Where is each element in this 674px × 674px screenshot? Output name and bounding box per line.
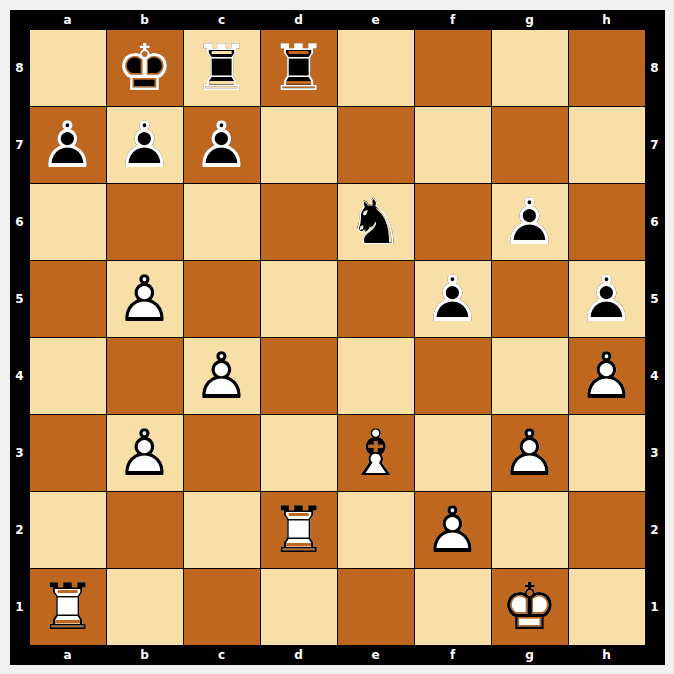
file-label-f: f [450, 648, 455, 662]
rank-labels-left: 87654321 [10, 30, 30, 645]
file-label-a: a [63, 13, 71, 27]
piece-outline-glyph: ♔ [501, 569, 558, 645]
file-label-g: g [525, 648, 534, 662]
square-c1[interactable] [184, 569, 260, 645]
square-f8[interactable] [415, 30, 491, 106]
white-bishop-piece[interactable]: ♝♗ [338, 415, 414, 491]
piece-outline-glyph: ♙ [116, 261, 173, 337]
square-a1[interactable]: ♜♖ [30, 569, 106, 645]
square-a2[interactable] [30, 492, 106, 568]
file-label-b: b [140, 13, 149, 27]
white-pawn-piece[interactable]: ♟♙ [569, 338, 645, 414]
piece-outline-glyph: ♙ [39, 107, 96, 183]
square-g4[interactable] [492, 338, 568, 414]
white-pawn-piece[interactable]: ♟♙ [415, 492, 491, 568]
page: abcdefgh 87654321 ♚♔♜♖♜♖♟♙♟♙♟♙♞♘♟♙♟♙♟♙♟♙… [0, 0, 674, 674]
black-pawn-piece[interactable]: ♟♙ [184, 107, 260, 183]
square-e2[interactable] [338, 492, 414, 568]
square-e7[interactable] [338, 107, 414, 183]
square-h6[interactable] [569, 184, 645, 260]
file-label-c: c [218, 13, 225, 27]
square-c7[interactable]: ♟♙ [184, 107, 260, 183]
square-e6[interactable]: ♞♘ [338, 184, 414, 260]
square-c3[interactable] [184, 415, 260, 491]
piece-outline-glyph: ♖ [270, 492, 327, 568]
square-a5[interactable] [30, 261, 106, 337]
rank-label-4: 4 [650, 369, 658, 383]
square-b5[interactable]: ♟♙ [107, 261, 183, 337]
square-f7[interactable] [415, 107, 491, 183]
file-label-f: f [450, 13, 455, 27]
square-g7[interactable] [492, 107, 568, 183]
file-labels-top: abcdefgh [30, 10, 645, 30]
file-label-h: h [602, 648, 611, 662]
piece-outline-glyph: ♙ [424, 261, 481, 337]
rank-label-2: 2 [15, 523, 23, 537]
square-e4[interactable] [338, 338, 414, 414]
white-rook-piece[interactable]: ♜♖ [261, 492, 337, 568]
piece-outline-glyph: ♙ [116, 107, 173, 183]
square-h7[interactable] [569, 107, 645, 183]
rank-label-6: 6 [650, 215, 658, 229]
square-f3[interactable] [415, 415, 491, 491]
white-pawn-piece[interactable]: ♟♙ [107, 415, 183, 491]
square-h5[interactable]: ♟♙ [569, 261, 645, 337]
black-pawn-piece[interactable]: ♟♙ [492, 184, 568, 260]
square-a3[interactable] [30, 415, 106, 491]
square-d8[interactable]: ♜♖ [261, 30, 337, 106]
square-a4[interactable] [30, 338, 106, 414]
white-rook-piece[interactable]: ♜♖ [30, 569, 106, 645]
square-f6[interactable] [415, 184, 491, 260]
square-c8[interactable]: ♜♖ [184, 30, 260, 106]
piece-outline-glyph: ♖ [39, 569, 96, 645]
square-g1[interactable]: ♚♔ [492, 569, 568, 645]
square-g5[interactable] [492, 261, 568, 337]
file-labels-bottom: abcdefgh [30, 645, 645, 665]
black-pawn-piece[interactable]: ♟♙ [569, 261, 645, 337]
square-f2[interactable]: ♟♙ [415, 492, 491, 568]
square-f5[interactable]: ♟♙ [415, 261, 491, 337]
square-b8[interactable]: ♚♔ [107, 30, 183, 106]
piece-outline-glyph: ♙ [578, 338, 635, 414]
file-label-b: b [140, 648, 149, 662]
square-g6[interactable]: ♟♙ [492, 184, 568, 260]
square-e1[interactable] [338, 569, 414, 645]
piece-outline-glyph: ♘ [347, 184, 404, 260]
black-rook-piece[interactable]: ♜♖ [184, 30, 260, 106]
file-label-a: a [63, 648, 71, 662]
rank-label-2: 2 [650, 523, 658, 537]
square-h4[interactable]: ♟♙ [569, 338, 645, 414]
square-d3[interactable] [261, 415, 337, 491]
rank-label-7: 7 [15, 138, 23, 152]
piece-outline-glyph: ♙ [501, 415, 558, 491]
piece-outline-glyph: ♙ [501, 184, 558, 260]
square-h1[interactable] [569, 569, 645, 645]
black-knight-piece[interactable]: ♞♘ [338, 184, 414, 260]
piece-outline-glyph: ♙ [578, 261, 635, 337]
piece-outline-glyph: ♖ [270, 30, 327, 106]
square-d2[interactable]: ♜♖ [261, 492, 337, 568]
square-b4[interactable] [107, 338, 183, 414]
square-b2[interactable] [107, 492, 183, 568]
square-e5[interactable] [338, 261, 414, 337]
white-pawn-piece[interactable]: ♟♙ [492, 415, 568, 491]
square-c5[interactable] [184, 261, 260, 337]
square-d6[interactable] [261, 184, 337, 260]
square-b6[interactable] [107, 184, 183, 260]
piece-outline-glyph: ♖ [193, 30, 250, 106]
square-g2[interactable] [492, 492, 568, 568]
rank-label-5: 5 [15, 292, 23, 306]
file-label-d: d [294, 13, 303, 27]
square-h3[interactable] [569, 415, 645, 491]
square-b7[interactable]: ♟♙ [107, 107, 183, 183]
piece-outline-glyph: ♙ [116, 415, 173, 491]
white-pawn-piece[interactable]: ♟♙ [184, 338, 260, 414]
square-c4[interactable]: ♟♙ [184, 338, 260, 414]
square-b3[interactable]: ♟♙ [107, 415, 183, 491]
square-g8[interactable] [492, 30, 568, 106]
rank-label-7: 7 [650, 138, 658, 152]
file-label-e: e [371, 13, 379, 27]
square-a8[interactable] [30, 30, 106, 106]
black-rook-piece[interactable]: ♜♖ [261, 30, 337, 106]
square-a6[interactable] [30, 184, 106, 260]
piece-outline-glyph: ♗ [347, 415, 404, 491]
square-g3[interactable]: ♟♙ [492, 415, 568, 491]
square-h2[interactable] [569, 492, 645, 568]
square-d4[interactable] [261, 338, 337, 414]
rank-label-5: 5 [650, 292, 658, 306]
piece-outline-glyph: ♙ [193, 338, 250, 414]
piece-outline-glyph: ♙ [193, 107, 250, 183]
rank-label-3: 3 [15, 446, 23, 460]
black-king-piece[interactable]: ♚♔ [107, 30, 183, 106]
piece-outline-glyph: ♔ [116, 30, 173, 106]
square-f1[interactable] [415, 569, 491, 645]
square-a7[interactable]: ♟♙ [30, 107, 106, 183]
square-h8[interactable] [569, 30, 645, 106]
chess-board: ♚♔♜♖♜♖♟♙♟♙♟♙♞♘♟♙♟♙♟♙♟♙♟♙♟♙♟♙♝♗♟♙♜♖♟♙♜♖♚♔ [30, 30, 645, 645]
rank-label-4: 4 [15, 369, 23, 383]
rank-label-1: 1 [15, 600, 23, 614]
black-pawn-piece[interactable]: ♟♙ [107, 107, 183, 183]
file-label-d: d [294, 648, 303, 662]
square-e8[interactable] [338, 30, 414, 106]
square-f4[interactable] [415, 338, 491, 414]
square-b1[interactable] [107, 569, 183, 645]
white-pawn-piece[interactable]: ♟♙ [107, 261, 183, 337]
file-label-g: g [525, 13, 534, 27]
piece-outline-glyph: ♙ [424, 492, 481, 568]
square-d5[interactable] [261, 261, 337, 337]
black-pawn-piece[interactable]: ♟♙ [30, 107, 106, 183]
square-d7[interactable] [261, 107, 337, 183]
rank-label-1: 1 [650, 600, 658, 614]
rank-label-8: 8 [15, 61, 23, 75]
square-c6[interactable] [184, 184, 260, 260]
file-label-e: e [371, 648, 379, 662]
rank-label-3: 3 [650, 446, 658, 460]
rank-labels-right: 87654321 [645, 30, 665, 645]
white-king-piece[interactable]: ♚♔ [492, 569, 568, 645]
square-c2[interactable] [184, 492, 260, 568]
rank-label-6: 6 [15, 215, 23, 229]
file-label-c: c [218, 648, 225, 662]
file-label-h: h [602, 13, 611, 27]
rank-label-8: 8 [650, 61, 658, 75]
board-frame: abcdefgh 87654321 ♚♔♜♖♜♖♟♙♟♙♟♙♞♘♟♙♟♙♟♙♟♙… [10, 10, 665, 665]
black-pawn-piece[interactable]: ♟♙ [415, 261, 491, 337]
square-d1[interactable] [261, 569, 337, 645]
square-e3[interactable]: ♝♗ [338, 415, 414, 491]
